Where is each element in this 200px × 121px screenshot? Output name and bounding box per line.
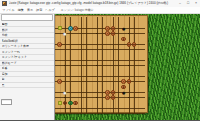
white-stone[interactable]: ● [63, 89, 67, 94]
panel-item-label: 追加 [2, 72, 8, 76]
orange-circle-mark[interactable] [73, 101, 78, 106]
panel-item[interactable]: 黒 [0, 83, 54, 89]
engine-status-text: エンジン: katago 待機中 [61, 8, 94, 12]
star-point [128, 33, 129, 34]
yellow-square-mark[interactable] [58, 26, 62, 30]
orange-circle-mark[interactable] [127, 42, 132, 47]
orange-circle-mark[interactable] [63, 101, 68, 106]
panel-item-label: 手番 [2, 66, 8, 70]
orange-circle-mark[interactable] [121, 37, 126, 42]
panel-item-label: 黒 [2, 83, 5, 87]
orange-circle-mark[interactable] [105, 31, 110, 36]
panel-item-list: 盤面検討分岐KataGo解析ポリシーネット表示コメント一覧コメント/テキスト検討… [0, 22, 54, 89]
menu-item[interactable]: 表示 [27, 8, 33, 12]
cyan-circle-mark[interactable] [68, 26, 73, 31]
panel-item-label: 白 [2, 77, 5, 81]
panel-item-label: コメント一覧 [2, 50, 20, 54]
minimize-button[interactable]: – [176, 0, 184, 7]
window-title: Lizzie (Katago: katago.exe gtp -config k… [9, 0, 176, 7]
green-circle-mark[interactable] [68, 101, 73, 106]
star-point [96, 65, 97, 66]
orange-circle-mark[interactable] [132, 42, 137, 47]
menu-item[interactable]: ファイル [2, 8, 15, 12]
orange-circle-mark[interactable] [111, 31, 116, 36]
menu-item[interactable]: 設定 [36, 8, 42, 12]
black-stone[interactable]: ● [122, 89, 126, 94]
panel-input[interactable] [1, 14, 53, 21]
panel-item-label: ポリシーネット表示 [2, 44, 29, 48]
maximize-button[interactable]: □ [184, 0, 192, 7]
menu-item[interactable]: 編集 [18, 8, 24, 12]
orange-circle-mark[interactable] [111, 26, 116, 31]
star-point [64, 65, 65, 66]
move-number-input[interactable] [1, 99, 12, 105]
close-button[interactable]: × [192, 0, 200, 7]
left-panel: 盤面検討分岐KataGo解析ポリシーネット表示コメント一覧コメント/テキスト検討… [0, 14, 55, 121]
menu-item[interactable]: ヘルプ [45, 8, 55, 12]
star-point [96, 33, 97, 34]
panel-item-label: 検討 [2, 28, 8, 32]
grass-background: ●●●● 盤面検討分岐KataGo解析ポリシーネット表示コメント一覧コメント/テ… [0, 14, 200, 121]
orange-circle-mark[interactable] [111, 95, 116, 100]
go-board[interactable]: ●●●● [45, 15, 148, 113]
panel-item-label: KataGo解析 [2, 39, 18, 43]
panel-item-label: 分岐 [2, 33, 8, 37]
orange-circle-mark[interactable] [105, 95, 110, 100]
menu-bar-items: ファイル編集表示設定ヘルプ [2, 8, 55, 12]
panel-item-label: コメント/テキスト [2, 55, 27, 59]
yellow-square-mark[interactable] [58, 101, 62, 105]
orange-circle-mark[interactable] [57, 79, 62, 84]
star-point [128, 65, 129, 66]
orange-circle-mark[interactable] [105, 26, 110, 31]
star-point [64, 97, 65, 98]
orange-circle-mark[interactable] [121, 79, 126, 84]
black-stone[interactable]: ● [122, 25, 126, 30]
orange-circle-mark[interactable] [111, 90, 116, 95]
app-window: Lizzie (Katago: katago.exe gtp -config k… [0, 0, 200, 120]
panel-item-label: 盤面 [2, 22, 8, 26]
orange-circle-mark[interactable] [57, 42, 62, 47]
star-point [128, 97, 129, 98]
goban-grid: ●●●● [46, 15, 147, 116]
panel-item-label: 検討モード [2, 61, 17, 65]
white-stone[interactable]: ● [63, 31, 67, 36]
star-point [96, 97, 97, 98]
orange-circle-mark[interactable] [127, 79, 132, 84]
orange-circle-mark[interactable] [73, 26, 78, 31]
app-icon [2, 1, 8, 7]
window-controls: – □ × [176, 0, 200, 7]
orange-circle-mark[interactable] [105, 90, 110, 95]
